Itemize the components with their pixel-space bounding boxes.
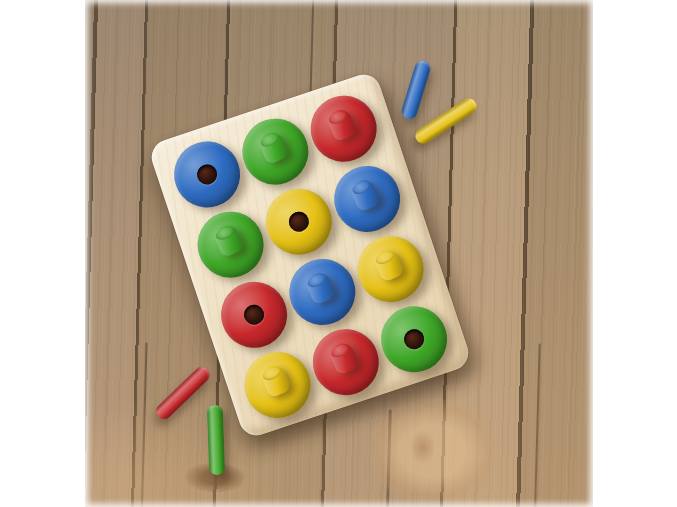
- wood-knot-core: [409, 430, 436, 465]
- inserted-peg-green[interactable]: [212, 222, 246, 258]
- inserted-peg-green[interactable]: [256, 129, 290, 165]
- inserted-peg-red[interactable]: [325, 107, 359, 143]
- inserted-peg-red[interactable]: [327, 340, 361, 376]
- inserted-peg-blue[interactable]: [303, 270, 337, 306]
- product-photo-scene: [0, 0, 677, 507]
- wood-crack: [385, 409, 391, 507]
- inserted-peg-yellow[interactable]: [259, 363, 293, 399]
- empty-peg-hole: [401, 327, 426, 352]
- empty-peg-hole: [286, 209, 311, 234]
- empty-peg-hole: [194, 162, 219, 187]
- loose-peg-green[interactable]: [207, 405, 225, 476]
- inserted-peg-yellow[interactable]: [372, 247, 406, 283]
- empty-peg-hole: [241, 302, 266, 327]
- wood-table-photo: [85, 0, 593, 507]
- wood-crack: [141, 343, 148, 507]
- inserted-peg-blue[interactable]: [348, 177, 382, 213]
- wood-crack: [534, 343, 541, 507]
